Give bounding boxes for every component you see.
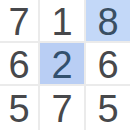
grid-cell[interactable]: 7 xyxy=(40,86,84,130)
puzzle-board: 7 1 8 6 2 6 5 7 5 xyxy=(0,0,130,130)
grid-cell[interactable]: 5 xyxy=(0,86,38,130)
cell-digit: 2 xyxy=(51,46,72,84)
grid-cell[interactable]: 6 xyxy=(86,43,130,84)
cell-digit: 6 xyxy=(8,46,29,84)
cell-digit: 7 xyxy=(51,90,72,128)
cell-digit: 8 xyxy=(97,3,118,41)
grid-cell[interactable]: 6 xyxy=(0,43,38,84)
grid-cell-selected[interactable]: 2 xyxy=(40,43,84,84)
cell-digit: 1 xyxy=(51,3,72,41)
grid-cell-highlighted[interactable]: 8 xyxy=(86,0,130,41)
cell-digit: 6 xyxy=(97,46,118,84)
grid-cell[interactable]: 1 xyxy=(40,0,84,41)
grid-cell[interactable]: 7 xyxy=(0,0,38,41)
grid-cell[interactable]: 5 xyxy=(86,86,130,130)
cell-digit: 5 xyxy=(97,90,118,128)
cell-digit: 7 xyxy=(8,3,29,41)
cell-digit: 5 xyxy=(8,90,29,128)
